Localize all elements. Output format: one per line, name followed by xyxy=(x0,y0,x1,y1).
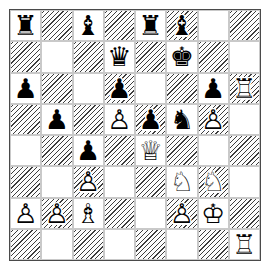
square-h3[interactable] xyxy=(229,166,260,197)
square-c6[interactable] xyxy=(73,73,104,104)
square-f6[interactable] xyxy=(166,73,197,104)
square-b2[interactable]: ♟♙ xyxy=(41,198,72,229)
square-d7[interactable]: ♛ xyxy=(104,41,135,72)
square-g2[interactable]: ♚♔ xyxy=(198,198,229,229)
square-d2[interactable] xyxy=(104,198,135,229)
piece-white-knight: ♞♘ xyxy=(198,166,229,197)
chess-board: ♜♝♜♝♛♚♟♟♟♜♖♟♟♙♟♞♟♙♟♛♕♟♙♞♘♞♘♟♙♟♙♝♗♟♙♚♔♜♖ xyxy=(9,9,261,261)
piece-white-knight: ♞♘ xyxy=(166,166,197,197)
piece-black-knight: ♞ xyxy=(166,104,197,135)
square-g3[interactable]: ♞♘ xyxy=(198,166,229,197)
piece-white-pawn: ♟♙ xyxy=(73,166,104,197)
chess-diagram: ♜♝♜♝♛♚♟♟♟♜♖♟♟♙♟♞♟♙♟♛♕♟♙♞♘♞♘♟♙♟♙♝♗♟♙♚♔♜♖ xyxy=(0,0,270,276)
piece-black-bishop: ♝ xyxy=(73,10,104,41)
piece-white-queen: ♛♕ xyxy=(135,135,166,166)
square-f7[interactable]: ♚ xyxy=(166,41,197,72)
square-b5[interactable]: ♟ xyxy=(41,104,72,135)
square-g6[interactable]: ♟ xyxy=(198,73,229,104)
piece-white-bishop: ♝♗ xyxy=(73,198,104,229)
square-f2[interactable]: ♟♙ xyxy=(166,198,197,229)
square-c1[interactable] xyxy=(73,229,104,260)
square-b1[interactable] xyxy=(41,229,72,260)
square-e7[interactable] xyxy=(135,41,166,72)
piece-white-rook: ♜♖ xyxy=(229,73,260,104)
square-h1[interactable]: ♜♖ xyxy=(229,229,260,260)
square-b7[interactable] xyxy=(41,41,72,72)
square-c7[interactable] xyxy=(73,41,104,72)
square-g4[interactable] xyxy=(198,135,229,166)
square-a6[interactable]: ♟ xyxy=(10,73,41,104)
piece-black-pawn: ♟ xyxy=(10,73,41,104)
square-h4[interactable] xyxy=(229,135,260,166)
piece-black-king: ♚ xyxy=(166,41,197,72)
square-a8[interactable]: ♜ xyxy=(10,10,41,41)
square-e2[interactable] xyxy=(135,198,166,229)
square-e1[interactable] xyxy=(135,229,166,260)
square-d4[interactable] xyxy=(104,135,135,166)
square-b4[interactable] xyxy=(41,135,72,166)
piece-white-pawn: ♟♙ xyxy=(198,104,229,135)
square-g7[interactable] xyxy=(198,41,229,72)
square-h2[interactable] xyxy=(229,198,260,229)
piece-black-queen: ♛ xyxy=(104,41,135,72)
square-e8[interactable]: ♜ xyxy=(135,10,166,41)
square-h5[interactable] xyxy=(229,104,260,135)
piece-white-rook: ♜♖ xyxy=(229,229,260,260)
square-e6[interactable] xyxy=(135,73,166,104)
square-d6[interactable]: ♟ xyxy=(104,73,135,104)
square-e3[interactable] xyxy=(135,166,166,197)
piece-black-pawn: ♟ xyxy=(198,73,229,104)
piece-black-pawn: ♟ xyxy=(135,104,166,135)
square-g1[interactable] xyxy=(198,229,229,260)
square-d5[interactable]: ♟♙ xyxy=(104,104,135,135)
square-h7[interactable] xyxy=(229,41,260,72)
piece-white-pawn: ♟♙ xyxy=(41,198,72,229)
square-a7[interactable] xyxy=(10,41,41,72)
piece-white-pawn: ♟♙ xyxy=(166,198,197,229)
square-b8[interactable] xyxy=(41,10,72,41)
square-f4[interactable] xyxy=(166,135,197,166)
square-a5[interactable] xyxy=(10,104,41,135)
square-g8[interactable] xyxy=(198,10,229,41)
square-d3[interactable] xyxy=(104,166,135,197)
square-b3[interactable] xyxy=(41,166,72,197)
square-f1[interactable] xyxy=(166,229,197,260)
square-a1[interactable] xyxy=(10,229,41,260)
square-a2[interactable]: ♟♙ xyxy=(10,198,41,229)
square-h8[interactable] xyxy=(229,10,260,41)
square-f8[interactable]: ♝ xyxy=(166,10,197,41)
square-c5[interactable] xyxy=(73,104,104,135)
square-c2[interactable]: ♝♗ xyxy=(73,198,104,229)
square-e5[interactable]: ♟ xyxy=(135,104,166,135)
square-g5[interactable]: ♟♙ xyxy=(198,104,229,135)
piece-black-pawn: ♟ xyxy=(73,135,104,166)
square-c3[interactable]: ♟♙ xyxy=(73,166,104,197)
square-a3[interactable] xyxy=(10,166,41,197)
piece-black-pawn: ♟ xyxy=(41,104,72,135)
piece-white-pawn: ♟♙ xyxy=(104,104,135,135)
square-a4[interactable] xyxy=(10,135,41,166)
square-d1[interactable] xyxy=(104,229,135,260)
square-e4[interactable]: ♛♕ xyxy=(135,135,166,166)
square-c8[interactable]: ♝ xyxy=(73,10,104,41)
square-f5[interactable]: ♞ xyxy=(166,104,197,135)
square-h6[interactable]: ♜♖ xyxy=(229,73,260,104)
piece-white-king: ♚♔ xyxy=(198,198,229,229)
piece-black-pawn: ♟ xyxy=(104,73,135,104)
piece-black-bishop: ♝ xyxy=(166,10,197,41)
square-b6[interactable] xyxy=(41,73,72,104)
square-d8[interactable] xyxy=(104,10,135,41)
piece-black-rook: ♜ xyxy=(135,10,166,41)
square-c4[interactable]: ♟ xyxy=(73,135,104,166)
piece-white-pawn: ♟♙ xyxy=(10,198,41,229)
piece-black-rook: ♜ xyxy=(10,10,41,41)
square-f3[interactable]: ♞♘ xyxy=(166,166,197,197)
